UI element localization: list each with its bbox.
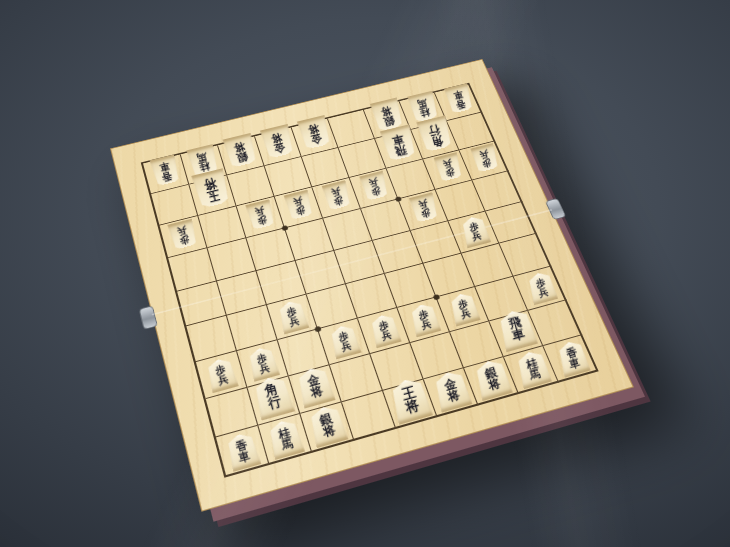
lance-kanji: 香車 — [556, 339, 591, 378]
knight-kanji: 桂馬 — [266, 417, 305, 460]
pawn-kanji: 歩兵 — [245, 199, 276, 233]
king-kanji: 王将 — [387, 375, 432, 425]
knight-kanji: 桂馬 — [514, 348, 551, 389]
piece-knight-sente-8i[interactable]: 桂馬 — [266, 417, 305, 460]
pawn-kanji: 歩兵 — [283, 190, 314, 224]
king-kanji: 玉将 — [191, 168, 232, 212]
photo-scene: Overhead photo of a folding wooden shogi… — [0, 0, 730, 547]
silver-kanji: 銀将 — [222, 133, 258, 171]
pawn-kanji: 歩兵 — [470, 143, 500, 176]
piece-pawn-gote-6c[interactable]: 歩兵 — [283, 190, 314, 224]
piece-pawn-sente-9g[interactable]: 歩兵 — [204, 356, 238, 393]
pawn-kanji: 歩兵 — [328, 323, 361, 359]
piece-pawn-gote-3d[interactable]: 歩兵 — [408, 192, 439, 226]
piece-knight-sente-2i[interactable]: 桂馬 — [514, 348, 551, 389]
gold-kanji: 金将 — [296, 115, 332, 153]
piece-bishop-sente-8h[interactable]: 角行 — [251, 374, 295, 421]
pawn-kanji: 歩兵 — [448, 291, 481, 327]
piece-pawn-sente-7f[interactable]: 歩兵 — [276, 299, 309, 335]
piece-lance-gote-1a[interactable]: 香車 — [444, 83, 475, 116]
piece-gold-gote-6a[interactable]: 金将 — [259, 124, 295, 162]
piece-pawn-gote-7c[interactable]: 歩兵 — [245, 199, 276, 233]
piece-gold-sente-7h[interactable]: 金将 — [294, 365, 335, 409]
lance-kanji: 香車 — [149, 155, 181, 190]
lance-kanji: 香車 — [224, 431, 261, 472]
pawn-kanji: 歩兵 — [408, 192, 439, 226]
shogi-board-anchor: 香車桂馬銀将金将金将銀将桂馬香車玉将飛車角行歩兵歩兵歩兵歩兵歩兵歩兵歩兵歩兵歩兵… — [110, 59, 634, 512]
pawn-kanji: 歩兵 — [368, 312, 401, 348]
pawn-kanji: 歩兵 — [408, 302, 441, 338]
piece-pawn-gote-1c[interactable]: 歩兵 — [470, 143, 500, 176]
gold-kanji: 金将 — [259, 124, 295, 162]
pawn-kanji: 歩兵 — [526, 270, 558, 305]
pawn-kanji: 歩兵 — [276, 299, 309, 335]
piece-lance-gote-9a[interactable]: 香車 — [149, 155, 181, 190]
piece-silver-sente-7i[interactable]: 銀将 — [306, 403, 347, 448]
piece-pawn-gote-9c[interactable]: 歩兵 — [167, 219, 199, 253]
bishop-kanji: 角行 — [416, 115, 454, 155]
silver-kanji: 銀将 — [306, 403, 347, 448]
pawn-kanji: 歩兵 — [433, 152, 463, 185]
bishop-kanji: 角行 — [251, 374, 295, 421]
piece-silver-gote-7a[interactable]: 銀将 — [222, 133, 258, 171]
square-5e[interactable] — [334, 241, 385, 284]
piece-king-sente-5i[interactable]: 王将 — [387, 375, 432, 425]
piece-king-gote-8b[interactable]: 玉将 — [191, 168, 232, 212]
square-8e[interactable] — [217, 271, 267, 316]
board-clasp-left — [139, 305, 158, 330]
piece-pawn-sente-3g[interactable]: 歩兵 — [448, 291, 481, 327]
piece-pawn-sente-2e[interactable]: 歩兵 — [459, 214, 490, 248]
lance-kanji: 香車 — [444, 83, 475, 116]
pawn-kanji: 歩兵 — [359, 171, 390, 204]
shogi-board[interactable]: 香車桂馬銀将金将金将銀将桂馬香車玉将飛車角行歩兵歩兵歩兵歩兵歩兵歩兵歩兵歩兵歩兵… — [110, 59, 634, 512]
pawn-kanji: 歩兵 — [204, 356, 238, 393]
piece-pawn-sente-6g[interactable]: 歩兵 — [328, 323, 361, 359]
piece-pawn-sente-5g[interactable]: 歩兵 — [368, 312, 401, 348]
piece-pawn-gote-4c[interactable]: 歩兵 — [359, 171, 390, 204]
board-grid: 香車桂馬銀将金将金将銀将桂馬香車玉将飛車角行歩兵歩兵歩兵歩兵歩兵歩兵歩兵歩兵歩兵… — [141, 83, 599, 478]
piece-bishop-gote-2b[interactable]: 角行 — [416, 115, 454, 155]
pawn-kanji: 歩兵 — [459, 214, 490, 248]
pawn-kanji: 歩兵 — [167, 219, 199, 253]
piece-lance-sente-1i[interactable]: 香車 — [556, 339, 591, 378]
piece-gold-gote-5a[interactable]: 金将 — [296, 115, 332, 153]
piece-pawn-gote-2c[interactable]: 歩兵 — [433, 152, 463, 185]
gold-kanji: 金将 — [294, 365, 335, 409]
gold-kanji: 金将 — [431, 369, 471, 413]
piece-gold-sente-4i[interactable]: 金将 — [431, 369, 471, 413]
pawn-kanji: 歩兵 — [321, 180, 352, 213]
piece-pawn-gote-5c[interactable]: 歩兵 — [321, 180, 352, 213]
piece-pawn-sente-1g[interactable]: 歩兵 — [526, 270, 558, 305]
piece-pawn-sente-4g[interactable]: 歩兵 — [408, 302, 441, 338]
piece-lance-sente-9i[interactable]: 香車 — [224, 431, 261, 472]
